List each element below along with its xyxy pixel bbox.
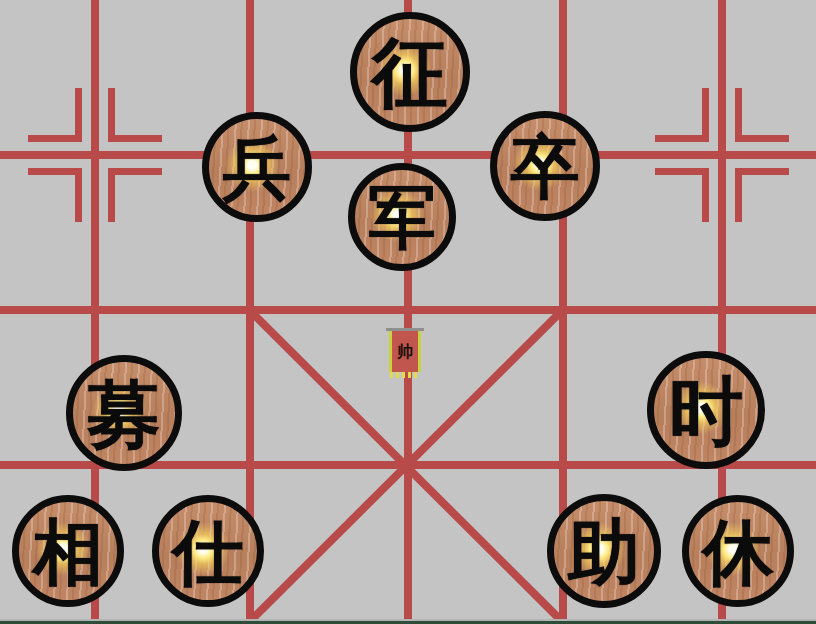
piece-shi-adv[interactable]: 仕 bbox=[152, 495, 264, 607]
piece-glyph: 兵 bbox=[223, 134, 292, 203]
point-marker-corner bbox=[28, 168, 82, 222]
point-marker-corner bbox=[735, 88, 789, 142]
piece-xiang[interactable]: 相 bbox=[12, 495, 124, 607]
point-marker-corner bbox=[28, 88, 82, 142]
piece-glyph: 征 bbox=[372, 35, 448, 111]
point-marker-corner bbox=[108, 88, 162, 142]
piece-zheng[interactable]: 征 bbox=[350, 12, 470, 132]
piece-glyph: 时 bbox=[669, 374, 743, 448]
piece-glyph: 休 bbox=[703, 517, 774, 588]
xiangqi-board: 帅 征兵卒军募时相仕助休 bbox=[0, 0, 816, 624]
point-marker bbox=[28, 88, 162, 222]
point-marker-corner bbox=[108, 168, 162, 222]
point-marker bbox=[655, 88, 789, 222]
horizontal-line bbox=[0, 306, 816, 314]
piece-zu[interactable]: 卒 bbox=[490, 111, 600, 221]
point-marker-corner bbox=[735, 168, 789, 222]
flag-fringe bbox=[390, 372, 420, 378]
flag-glyph: 帅 bbox=[397, 344, 413, 360]
piece-glyph: 助 bbox=[568, 516, 640, 588]
piece-zhu[interactable]: 助 bbox=[547, 494, 661, 608]
point-marker-corner bbox=[655, 168, 709, 222]
piece-glyph: 军 bbox=[368, 184, 436, 252]
piece-bing[interactable]: 兵 bbox=[202, 112, 312, 222]
piece-jun[interactable]: 军 bbox=[348, 163, 456, 271]
piece-mu[interactable]: 募 bbox=[66, 355, 182, 471]
point-marker-corner bbox=[655, 88, 709, 142]
marshal-flag: 帅 bbox=[386, 328, 424, 378]
piece-glyph: 卒 bbox=[511, 133, 580, 202]
piece-glyph: 募 bbox=[88, 378, 161, 451]
piece-glyph: 相 bbox=[33, 517, 104, 588]
piece-shi-time[interactable]: 时 bbox=[647, 351, 765, 469]
piece-glyph: 仕 bbox=[173, 517, 244, 588]
flag-banner: 帅 bbox=[389, 331, 421, 372]
piece-xiu[interactable]: 休 bbox=[682, 495, 794, 607]
